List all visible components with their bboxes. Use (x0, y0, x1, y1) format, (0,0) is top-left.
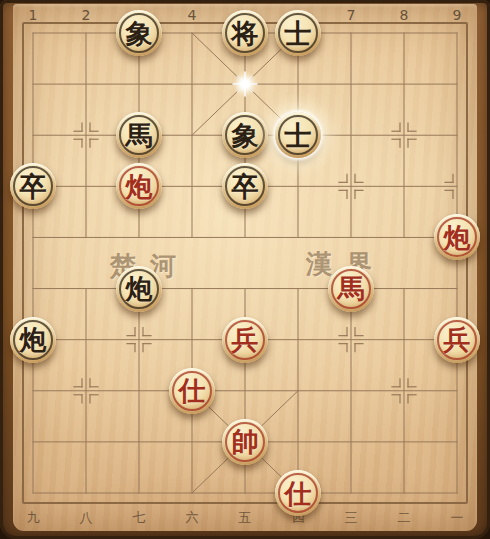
file-label-top-2: 2 (82, 7, 91, 23)
file-label-bottom-3: 七 (133, 509, 146, 527)
file-label-bottom-1: 九 (27, 509, 40, 527)
file-label-top-9: 9 (453, 7, 462, 23)
piece-black-soldier[interactable]: 卒 (10, 163, 56, 209)
file-label-top-8: 8 (400, 7, 409, 23)
piece-glyph: 仕 (285, 480, 312, 507)
piece-glyph: 兵 (444, 326, 471, 353)
file-label-bottom-2: 八 (80, 509, 93, 527)
piece-glyph: 炮 (126, 275, 153, 302)
piece-red-soldier[interactable]: 兵 (434, 317, 480, 363)
piece-glyph: 卒 (232, 173, 259, 200)
piece-black-soldier[interactable]: 卒 (222, 163, 268, 209)
piece-glyph: 将 (232, 20, 259, 47)
piece-glyph: 帥 (232, 428, 259, 455)
piece-black-cannon[interactable]: 炮 (10, 317, 56, 363)
xiangqi-app: 123456789九八七六五四三二一 楚河 漢界 象 将 士 馬 象 士 卒 炮… (0, 0, 490, 539)
piece-red-advisor[interactable]: 仕 (275, 470, 321, 516)
piece-glyph: 馬 (126, 122, 153, 149)
file-label-bottom-4: 六 (186, 509, 199, 527)
piece-red-cannon[interactable]: 炮 (116, 163, 162, 209)
piece-black-general[interactable]: 将 (222, 10, 268, 56)
piece-black-horse[interactable]: 馬 (116, 112, 162, 158)
file-label-bottom-9: 一 (451, 509, 464, 527)
file-label-top-4: 4 (188, 7, 197, 23)
file-label-top-1: 1 (29, 7, 38, 23)
piece-glyph: 兵 (232, 326, 259, 353)
piece-red-general[interactable]: 帥 (222, 419, 268, 465)
piece-black-elephant[interactable]: 象 (116, 10, 162, 56)
piece-glyph: 象 (126, 20, 153, 47)
piece-black-advisor[interactable]: 士 (275, 10, 321, 56)
piece-glyph: 炮 (20, 326, 47, 353)
piece-glyph: 卒 (20, 173, 47, 200)
file-label-bottom-7: 三 (345, 509, 358, 527)
piece-black-cannon[interactable]: 炮 (116, 266, 162, 312)
piece-glyph: 象 (232, 122, 259, 149)
piece-black-elephant[interactable]: 象 (222, 112, 268, 158)
piece-red-advisor[interactable]: 仕 (169, 368, 215, 414)
piece-glyph: 炮 (444, 224, 471, 251)
file-label-bottom-8: 二 (398, 509, 411, 527)
piece-red-horse[interactable]: 馬 (328, 266, 374, 312)
piece-black-advisor[interactable]: 士 (275, 112, 321, 158)
piece-red-soldier[interactable]: 兵 (222, 317, 268, 363)
piece-glyph: 馬 (338, 275, 365, 302)
piece-glyph: 士 (285, 20, 312, 47)
piece-glyph: 士 (285, 122, 312, 149)
piece-glyph: 仕 (179, 377, 206, 404)
file-label-bottom-5: 五 (239, 509, 252, 527)
file-label-top-7: 7 (347, 7, 356, 23)
piece-glyph: 炮 (126, 173, 153, 200)
